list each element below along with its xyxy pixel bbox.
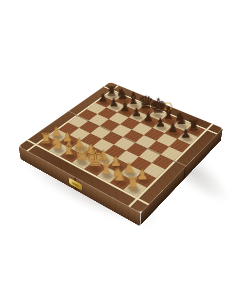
right-face-seam (184, 166, 186, 179)
piece-black-pawn[interactable]: ♟ (178, 128, 193, 140)
product-photo-scene: ♜♞♝♛♚♝♞♜♟♟♟♟♟♟♟♟♟♟♟♟♟♟♟♟♜♞♝♛♚♝♞♜ (0, 0, 240, 303)
square-h5[interactable] (161, 147, 183, 161)
piece-white-rook[interactable]: ♜ (124, 175, 141, 191)
chess-board: ♜♞♝♛♚♝♞♜♟♟♟♟♟♟♟♟♟♟♟♟♟♟♟♟♜♞♝♛♚♝♞♜ (18, 82, 222, 213)
square-d4[interactable] (102, 131, 123, 144)
